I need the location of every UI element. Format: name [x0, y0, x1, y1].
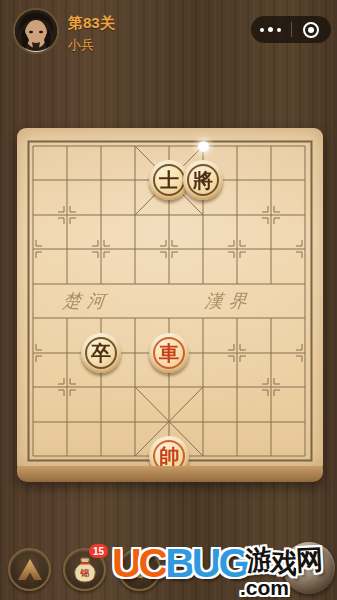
- piece-卒[interactable]: 卒: [81, 333, 121, 373]
- more-button[interactable]: [251, 16, 291, 43]
- target-circle-icon: [303, 22, 319, 38]
- xiangqi-board[interactable]: 楚河 漢界 士將卒車帥: [17, 128, 323, 482]
- money-bag-icon: 锦: [71, 556, 99, 584]
- more-dots-icon: [260, 27, 281, 32]
- watermark-letter: U: [192, 540, 219, 586]
- avatar-portrait-icon: [15, 10, 57, 52]
- level-title: 第83关: [68, 14, 115, 33]
- player-label: 小兵: [68, 36, 94, 54]
- piece-glyph: 將: [193, 170, 213, 190]
- help-button[interactable]: [118, 548, 161, 591]
- piece-glyph: 帥: [159, 446, 179, 466]
- watermark-letter: B: [165, 540, 192, 586]
- scroll-icon: [127, 557, 153, 583]
- piece-glyph: 卒: [91, 343, 111, 363]
- game-screen: 第83关 小兵 楚河 漢界 士將卒車帥: [0, 0, 337, 600]
- wechat-capsule: [251, 16, 331, 43]
- stone-orb-button[interactable]: [283, 542, 335, 594]
- watermark-site-char: 游: [244, 541, 273, 579]
- watermark-letter: G: [218, 540, 247, 586]
- svg-text:锦: 锦: [79, 568, 89, 578]
- player-avatar[interactable]: [13, 8, 59, 54]
- expand-menu-button[interactable]: [8, 548, 51, 591]
- hint-count-badge: 15: [89, 544, 108, 558]
- watermark-domain: .com: [240, 576, 289, 600]
- piece-glyph: 車: [159, 343, 179, 363]
- piece-車[interactable]: 車: [149, 333, 189, 373]
- piece-glyph: 士: [159, 170, 179, 190]
- last-move-marker: [199, 142, 208, 151]
- pieces-layer: 士將卒車帥: [17, 128, 323, 468]
- board-bevel: [17, 466, 323, 482]
- board-face[interactable]: 楚河 漢界 士將卒車帥: [17, 128, 323, 468]
- piece-將[interactable]: 將: [183, 160, 223, 200]
- exit-button[interactable]: [292, 16, 332, 43]
- chevron-up-icon: [15, 556, 45, 584]
